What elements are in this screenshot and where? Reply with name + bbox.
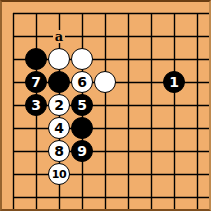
go-stone-white-move-8: 8 [48, 140, 70, 162]
go-stone-black-move-9: 9 [71, 140, 93, 162]
go-stone-white-move-4: 4 [48, 117, 70, 139]
go-stone-white-E16 [94, 71, 116, 93]
go-stone-black-move-3: 3 [25, 94, 47, 116]
go-stone-black-D14 [71, 117, 93, 139]
stone-grid: 76132548910a [2, 2, 209, 209]
go-stone-white-move-10: 10 [48, 163, 70, 185]
go-stone-black-move-7: 7 [25, 71, 47, 93]
go-stone-black-B17 [25, 48, 47, 70]
go-stone-white-D17 [71, 48, 93, 70]
go-stone-black-move-5: 5 [71, 94, 93, 116]
go-stone-black-C16 [48, 71, 70, 93]
point-label-a: a [48, 25, 71, 48]
go-stone-white-move-6: 6 [71, 71, 93, 93]
go-stone-black-move-1: 1 [163, 71, 185, 93]
go-stone-white-move-2: 2 [48, 94, 70, 116]
go-stone-white-C17 [48, 48, 70, 70]
go-board-diagram: 76132548910a [0, 0, 211, 211]
